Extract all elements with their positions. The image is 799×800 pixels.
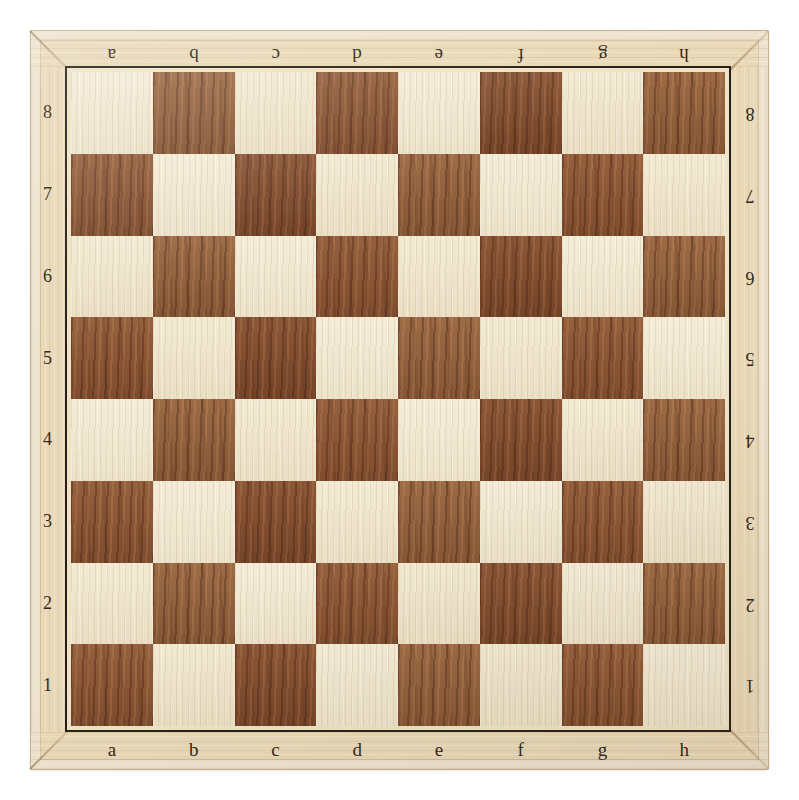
square-f5[interactable] bbox=[480, 317, 562, 399]
square-b5[interactable] bbox=[153, 317, 235, 399]
square-a4[interactable] bbox=[71, 399, 153, 481]
square-e3[interactable] bbox=[398, 481, 480, 563]
file-label-d-bottom: d bbox=[316, 737, 398, 763]
rank-label-3-right: 3 bbox=[731, 481, 769, 563]
square-f6[interactable] bbox=[480, 236, 562, 318]
rank-label-6-right: 6 bbox=[731, 236, 769, 318]
square-c6[interactable] bbox=[235, 236, 317, 318]
playing-area bbox=[65, 66, 731, 732]
rank-label-8-right: 8 bbox=[731, 72, 769, 154]
file-label-b-bottom: b bbox=[153, 737, 235, 763]
square-h6[interactable] bbox=[643, 236, 725, 318]
square-d5[interactable] bbox=[316, 317, 398, 399]
square-a6[interactable] bbox=[71, 236, 153, 318]
square-b7[interactable] bbox=[153, 154, 235, 236]
square-b2[interactable] bbox=[153, 563, 235, 645]
square-h3[interactable] bbox=[643, 481, 725, 563]
rank-label-1-right: 1 bbox=[731, 644, 769, 726]
square-b4[interactable] bbox=[153, 399, 235, 481]
square-a5[interactable] bbox=[71, 317, 153, 399]
square-g3[interactable] bbox=[562, 481, 644, 563]
rank-label-8-left: 8 bbox=[30, 72, 65, 154]
square-f3[interactable] bbox=[480, 481, 562, 563]
square-c7[interactable] bbox=[235, 154, 317, 236]
square-a8[interactable] bbox=[71, 72, 153, 154]
square-d7[interactable] bbox=[316, 154, 398, 236]
square-g6[interactable] bbox=[562, 236, 644, 318]
chess-board: abcdefgh abcdefgh 87654321 87654321 bbox=[30, 30, 769, 770]
square-c3[interactable] bbox=[235, 481, 317, 563]
square-h2[interactable] bbox=[643, 563, 725, 645]
rank-label-1-left: 1 bbox=[30, 644, 65, 726]
rank-label-5-right: 5 bbox=[731, 317, 769, 399]
square-g8[interactable] bbox=[562, 72, 644, 154]
square-c5[interactable] bbox=[235, 317, 317, 399]
file-label-e-bottom: e bbox=[398, 737, 480, 763]
square-e5[interactable] bbox=[398, 317, 480, 399]
rank-label-4-left: 4 bbox=[30, 399, 65, 481]
square-e6[interactable] bbox=[398, 236, 480, 318]
rank-label-6-left: 6 bbox=[30, 236, 65, 318]
file-label-e-top: e bbox=[398, 44, 480, 66]
rank-label-5-left: 5 bbox=[30, 317, 65, 399]
rank-label-4-right: 4 bbox=[731, 399, 769, 481]
square-c1[interactable] bbox=[235, 644, 317, 726]
square-e4[interactable] bbox=[398, 399, 480, 481]
file-label-h-top: h bbox=[643, 44, 725, 66]
square-f1[interactable] bbox=[480, 644, 562, 726]
file-label-f-bottom: f bbox=[480, 737, 562, 763]
square-d1[interactable] bbox=[316, 644, 398, 726]
square-a3[interactable] bbox=[71, 481, 153, 563]
square-e8[interactable] bbox=[398, 72, 480, 154]
file-label-h-bottom: h bbox=[643, 737, 725, 763]
file-label-g-top: g bbox=[562, 44, 644, 66]
square-e1[interactable] bbox=[398, 644, 480, 726]
rank-labels-left: 87654321 bbox=[30, 72, 65, 726]
square-c2[interactable] bbox=[235, 563, 317, 645]
square-h7[interactable] bbox=[643, 154, 725, 236]
file-label-b-top: b bbox=[153, 44, 235, 66]
square-b1[interactable] bbox=[153, 644, 235, 726]
rank-label-2-right: 2 bbox=[731, 563, 769, 645]
rank-label-2-left: 2 bbox=[30, 563, 65, 645]
square-h5[interactable] bbox=[643, 317, 725, 399]
file-label-d-top: d bbox=[316, 44, 398, 66]
miter-seam-top-right bbox=[726, 30, 770, 74]
square-e2[interactable] bbox=[398, 563, 480, 645]
miter-seam-bottom-left bbox=[29, 726, 73, 770]
file-label-f-top: f bbox=[480, 44, 562, 66]
square-g5[interactable] bbox=[562, 317, 644, 399]
square-g4[interactable] bbox=[562, 399, 644, 481]
square-b6[interactable] bbox=[153, 236, 235, 318]
square-d6[interactable] bbox=[316, 236, 398, 318]
board-frame-top bbox=[30, 31, 769, 67]
file-label-c-top: c bbox=[235, 44, 317, 66]
file-labels-bottom: abcdefgh bbox=[71, 733, 725, 763]
rank-label-3-left: 3 bbox=[30, 481, 65, 563]
square-d2[interactable] bbox=[316, 563, 398, 645]
square-g2[interactable] bbox=[562, 563, 644, 645]
square-g7[interactable] bbox=[562, 154, 644, 236]
rank-label-7-left: 7 bbox=[30, 154, 65, 236]
square-d3[interactable] bbox=[316, 481, 398, 563]
square-b8[interactable] bbox=[153, 72, 235, 154]
square-e7[interactable] bbox=[398, 154, 480, 236]
square-h8[interactable] bbox=[643, 72, 725, 154]
square-h1[interactable] bbox=[643, 644, 725, 726]
file-label-a-bottom: a bbox=[71, 737, 153, 763]
rank-label-7-right: 7 bbox=[731, 154, 769, 236]
square-f2[interactable] bbox=[480, 563, 562, 645]
board-frame-right bbox=[730, 66, 768, 732]
square-d8[interactable] bbox=[316, 72, 398, 154]
photo-background: abcdefgh abcdefgh 87654321 87654321 bbox=[0, 0, 799, 800]
square-a7[interactable] bbox=[71, 154, 153, 236]
board-frame-left bbox=[31, 66, 66, 732]
file-labels-top: abcdefgh bbox=[71, 30, 725, 66]
file-label-g-bottom: g bbox=[562, 737, 644, 763]
square-d4[interactable] bbox=[316, 399, 398, 481]
square-f4[interactable] bbox=[480, 399, 562, 481]
square-h4[interactable] bbox=[643, 399, 725, 481]
file-label-a-top: a bbox=[71, 44, 153, 66]
miter-seam-bottom-right bbox=[726, 726, 770, 770]
rank-labels-right: 87654321 bbox=[731, 72, 769, 726]
square-a2[interactable] bbox=[71, 563, 153, 645]
square-c8[interactable] bbox=[235, 72, 317, 154]
board-frame-bottom bbox=[30, 731, 769, 769]
square-c4[interactable] bbox=[235, 399, 317, 481]
square-a1[interactable] bbox=[71, 644, 153, 726]
square-g1[interactable] bbox=[562, 644, 644, 726]
squares-grid bbox=[71, 72, 725, 726]
square-f8[interactable] bbox=[480, 72, 562, 154]
file-label-c-bottom: c bbox=[235, 737, 317, 763]
square-f7[interactable] bbox=[480, 154, 562, 236]
square-b3[interactable] bbox=[153, 481, 235, 563]
